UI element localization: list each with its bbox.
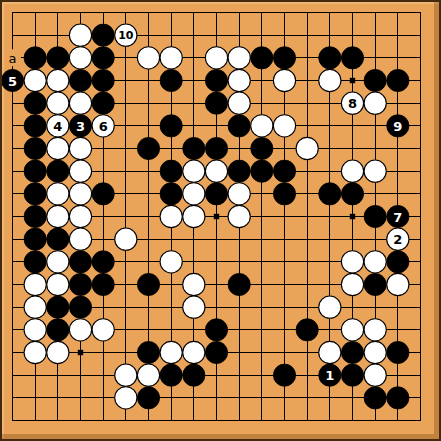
white-stone	[341, 160, 363, 182]
black-stone	[205, 69, 227, 91]
black-stone	[24, 92, 46, 114]
white-stone	[47, 183, 69, 205]
white-stone	[69, 137, 91, 159]
white-stone	[364, 319, 386, 341]
black-stone	[69, 273, 91, 295]
move-number-label: 7	[393, 210, 402, 225]
white-stone	[115, 228, 137, 250]
move-number-label: 8	[348, 96, 357, 111]
white-stone	[273, 115, 295, 137]
white-stone	[47, 205, 69, 227]
white-stone	[364, 160, 386, 182]
white-stone	[319, 341, 341, 363]
white-stone	[69, 160, 91, 182]
star-point-marker	[350, 78, 355, 83]
white-stone	[364, 341, 386, 363]
white-stone	[69, 183, 91, 205]
black-stone	[24, 137, 46, 159]
black-stone	[92, 47, 114, 69]
white-stone	[160, 341, 182, 363]
black-stone	[205, 319, 227, 341]
move-number-label: 9	[393, 119, 402, 134]
white-stone	[341, 273, 363, 295]
black-stone	[205, 92, 227, 114]
black-stone	[92, 24, 114, 46]
white-stone	[183, 341, 205, 363]
black-stone	[319, 183, 341, 205]
white-stone	[24, 296, 46, 318]
white-stone	[364, 364, 386, 386]
black-stone	[24, 228, 46, 250]
black-stone	[273, 160, 295, 182]
black-stone	[47, 160, 69, 182]
board-svg: 12345678910a	[2, 2, 439, 439]
white-stone	[205, 160, 227, 182]
move-number-label: 4	[53, 119, 62, 134]
white-stone	[228, 92, 250, 114]
point-label: a	[9, 51, 17, 66]
black-stone	[296, 319, 318, 341]
white-stone	[364, 92, 386, 114]
black-stone	[24, 251, 46, 273]
white-stone	[319, 69, 341, 91]
black-stone	[24, 160, 46, 182]
black-stone	[341, 47, 363, 69]
white-stone	[183, 273, 205, 295]
black-stone	[160, 115, 182, 137]
move-number-label: 2	[393, 232, 402, 247]
move-number-label: 1	[325, 368, 334, 383]
move-number-label: 5	[8, 74, 17, 89]
black-stone	[24, 115, 46, 137]
white-stone	[69, 47, 91, 69]
white-stone	[160, 47, 182, 69]
black-stone	[69, 251, 91, 273]
black-stone	[273, 364, 295, 386]
white-stone	[47, 69, 69, 91]
black-stone	[364, 205, 386, 227]
black-stone	[228, 115, 250, 137]
black-stone	[205, 341, 227, 363]
white-stone	[115, 364, 137, 386]
black-stone	[251, 137, 273, 159]
white-stone	[387, 273, 409, 295]
black-stone	[24, 183, 46, 205]
black-stone	[251, 47, 273, 69]
move-number-label: 10	[118, 29, 134, 42]
white-stone	[47, 137, 69, 159]
white-stone	[24, 319, 46, 341]
black-stone	[160, 69, 182, 91]
white-stone	[47, 92, 69, 114]
black-stone	[341, 364, 363, 386]
black-stone	[183, 137, 205, 159]
black-stone	[183, 364, 205, 386]
white-stone	[160, 205, 182, 227]
black-stone	[160, 160, 182, 182]
black-stone	[47, 296, 69, 318]
black-stone	[228, 160, 250, 182]
black-stone	[47, 319, 69, 341]
white-stone	[228, 47, 250, 69]
white-stone	[183, 160, 205, 182]
white-stone	[251, 115, 273, 137]
white-stone	[228, 183, 250, 205]
star-point-marker	[78, 350, 83, 355]
white-stone	[69, 24, 91, 46]
black-stone	[92, 183, 114, 205]
move-number-label: 6	[99, 119, 108, 134]
star-point-marker	[350, 214, 355, 219]
black-stone	[137, 273, 159, 295]
black-stone	[387, 341, 409, 363]
black-stone	[24, 205, 46, 227]
black-stone	[92, 69, 114, 91]
white-stone	[69, 205, 91, 227]
move-number-label: 3	[76, 119, 85, 134]
white-stone	[296, 137, 318, 159]
black-stone	[273, 47, 295, 69]
white-stone	[69, 319, 91, 341]
black-stone	[205, 183, 227, 205]
star-point-marker	[214, 214, 219, 219]
black-stone	[205, 137, 227, 159]
black-stone	[387, 69, 409, 91]
black-stone	[273, 183, 295, 205]
white-stone	[183, 205, 205, 227]
black-stone	[364, 273, 386, 295]
black-stone	[137, 137, 159, 159]
black-stone	[24, 47, 46, 69]
white-stone	[183, 183, 205, 205]
white-stone	[92, 319, 114, 341]
black-stone	[160, 183, 182, 205]
black-stone	[92, 273, 114, 295]
white-stone	[69, 92, 91, 114]
black-stone	[92, 251, 114, 273]
black-stone	[137, 387, 159, 409]
black-stone	[341, 183, 363, 205]
black-stone	[160, 364, 182, 386]
black-stone	[69, 69, 91, 91]
black-stone	[228, 273, 250, 295]
white-stone	[205, 47, 227, 69]
black-stone	[341, 341, 363, 363]
white-stone	[160, 251, 182, 273]
black-stone	[364, 387, 386, 409]
white-stone	[69, 228, 91, 250]
black-stone	[92, 92, 114, 114]
black-stone	[387, 387, 409, 409]
white-stone	[47, 273, 69, 295]
white-stone	[273, 69, 295, 91]
white-stone	[319, 296, 341, 318]
white-stone	[228, 69, 250, 91]
white-stone	[24, 273, 46, 295]
white-stone	[24, 69, 46, 91]
white-stone	[137, 47, 159, 69]
white-stone	[364, 251, 386, 273]
white-stone	[228, 205, 250, 227]
white-stone	[183, 296, 205, 318]
white-stone	[47, 341, 69, 363]
black-stone	[47, 228, 69, 250]
black-stone	[387, 251, 409, 273]
white-stone	[341, 319, 363, 341]
white-stone	[47, 251, 69, 273]
black-stone	[69, 296, 91, 318]
white-stone	[115, 387, 137, 409]
black-stone	[137, 341, 159, 363]
go-board: 12345678910a	[0, 0, 441, 441]
black-stone	[251, 160, 273, 182]
black-stone	[47, 47, 69, 69]
black-stone	[364, 69, 386, 91]
white-stone	[137, 364, 159, 386]
white-stone	[24, 341, 46, 363]
white-stone	[341, 251, 363, 273]
black-stone	[319, 47, 341, 69]
